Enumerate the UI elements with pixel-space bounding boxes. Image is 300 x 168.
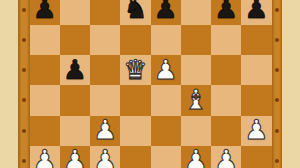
- frame-dot: [275, 38, 279, 42]
- chess-board: ♟♞♟♟♟♟♛♟♝♟♟♟♟♟♟♟: [30, 0, 272, 168]
- square-a5[interactable]: [30, 55, 60, 85]
- square-f7[interactable]: [181, 0, 211, 25]
- piece-white-pawn-a2[interactable]: ♟: [33, 146, 57, 168]
- square-g5[interactable]: [211, 55, 241, 85]
- frame-dot: [275, 159, 279, 163]
- square-b6[interactable]: [60, 25, 90, 55]
- frame-dot: [22, 38, 26, 42]
- piece-black-pawn-a7[interactable]: ♟: [33, 0, 57, 22]
- piece-white-pawn-c3[interactable]: ♟: [93, 116, 117, 143]
- square-d5[interactable]: ♛: [120, 55, 150, 85]
- square-a3[interactable]: [30, 116, 60, 146]
- frame-dot: [22, 8, 26, 12]
- square-g3[interactable]: [211, 116, 241, 146]
- square-e2[interactable]: [151, 146, 181, 168]
- square-a2[interactable]: ♟: [30, 146, 60, 168]
- piece-black-pawn-e7[interactable]: ♟: [154, 0, 178, 22]
- square-d4[interactable]: [120, 85, 150, 115]
- square-e6[interactable]: [151, 25, 181, 55]
- square-c2[interactable]: ♟: [90, 146, 120, 168]
- square-f3[interactable]: [181, 116, 211, 146]
- board-frame-left: [18, 0, 30, 168]
- frame-dot: [22, 159, 26, 163]
- board-frame-right: [272, 0, 282, 168]
- square-h3[interactable]: ♟: [241, 116, 271, 146]
- square-b5[interactable]: ♟: [60, 55, 90, 85]
- square-d7[interactable]: ♞: [120, 0, 150, 25]
- board-grid: ♟♞♟♟♟♟♛♟♝♟♟♟♟♟♟♟: [30, 0, 272, 168]
- piece-black-pawn-g7[interactable]: ♟: [214, 0, 238, 22]
- square-b4[interactable]: [60, 85, 90, 115]
- square-b2[interactable]: ♟: [60, 146, 90, 168]
- frame-dot: [275, 8, 279, 12]
- square-h6[interactable]: [241, 25, 271, 55]
- square-a4[interactable]: [30, 85, 60, 115]
- square-h5[interactable]: [241, 55, 271, 85]
- square-d6[interactable]: [120, 25, 150, 55]
- frame-dot: [22, 98, 26, 102]
- square-c6[interactable]: [90, 25, 120, 55]
- frame-dot: [22, 129, 26, 133]
- square-c3[interactable]: ♟: [90, 116, 120, 146]
- square-g7[interactable]: ♟: [211, 0, 241, 25]
- piece-black-pawn-h7[interactable]: ♟: [244, 0, 268, 22]
- chess-diagram: ♟♞♟♟♟♟♛♟♝♟♟♟♟♟♟♟: [0, 0, 300, 168]
- square-g2[interactable]: ♟: [211, 146, 241, 168]
- square-g4[interactable]: [211, 85, 241, 115]
- frame-dot: [275, 98, 279, 102]
- square-d3[interactable]: [120, 116, 150, 146]
- piece-black-knight-d7[interactable]: ♞: [123, 0, 147, 22]
- piece-white-bishop-f4[interactable]: ♝: [184, 86, 208, 113]
- square-a7[interactable]: ♟: [30, 0, 60, 25]
- square-b3[interactable]: [60, 116, 90, 146]
- square-c4[interactable]: [90, 85, 120, 115]
- square-f6[interactable]: [181, 25, 211, 55]
- frame-dot: [275, 129, 279, 133]
- piece-white-pawn-f2[interactable]: ♟: [184, 146, 208, 168]
- square-h4[interactable]: [241, 85, 271, 115]
- square-b7[interactable]: [60, 0, 90, 25]
- square-c5[interactable]: [90, 55, 120, 85]
- square-c7[interactable]: [90, 0, 120, 25]
- square-f4[interactable]: ♝: [181, 85, 211, 115]
- square-h7[interactable]: ♟: [241, 0, 271, 25]
- square-f2[interactable]: ♟: [181, 146, 211, 168]
- square-f5[interactable]: [181, 55, 211, 85]
- piece-white-pawn-h3[interactable]: ♟: [244, 116, 268, 143]
- square-h2[interactable]: [241, 146, 271, 168]
- piece-white-queen-d5[interactable]: ♛: [123, 56, 147, 83]
- square-a6[interactable]: [30, 25, 60, 55]
- square-e5[interactable]: ♟: [151, 55, 181, 85]
- piece-black-pawn-b5[interactable]: ♟: [63, 56, 87, 83]
- piece-white-pawn-b2[interactable]: ♟: [63, 146, 87, 168]
- square-e4[interactable]: [151, 85, 181, 115]
- piece-white-pawn-g2[interactable]: ♟: [214, 146, 238, 168]
- square-d2[interactable]: [120, 146, 150, 168]
- square-g6[interactable]: [211, 25, 241, 55]
- frame-dot: [22, 68, 26, 72]
- square-e3[interactable]: [151, 116, 181, 146]
- square-e7[interactable]: ♟: [151, 0, 181, 25]
- piece-white-pawn-e5[interactable]: ♟: [154, 56, 178, 83]
- piece-white-pawn-c2[interactable]: ♟: [93, 146, 117, 168]
- frame-dot: [275, 68, 279, 72]
